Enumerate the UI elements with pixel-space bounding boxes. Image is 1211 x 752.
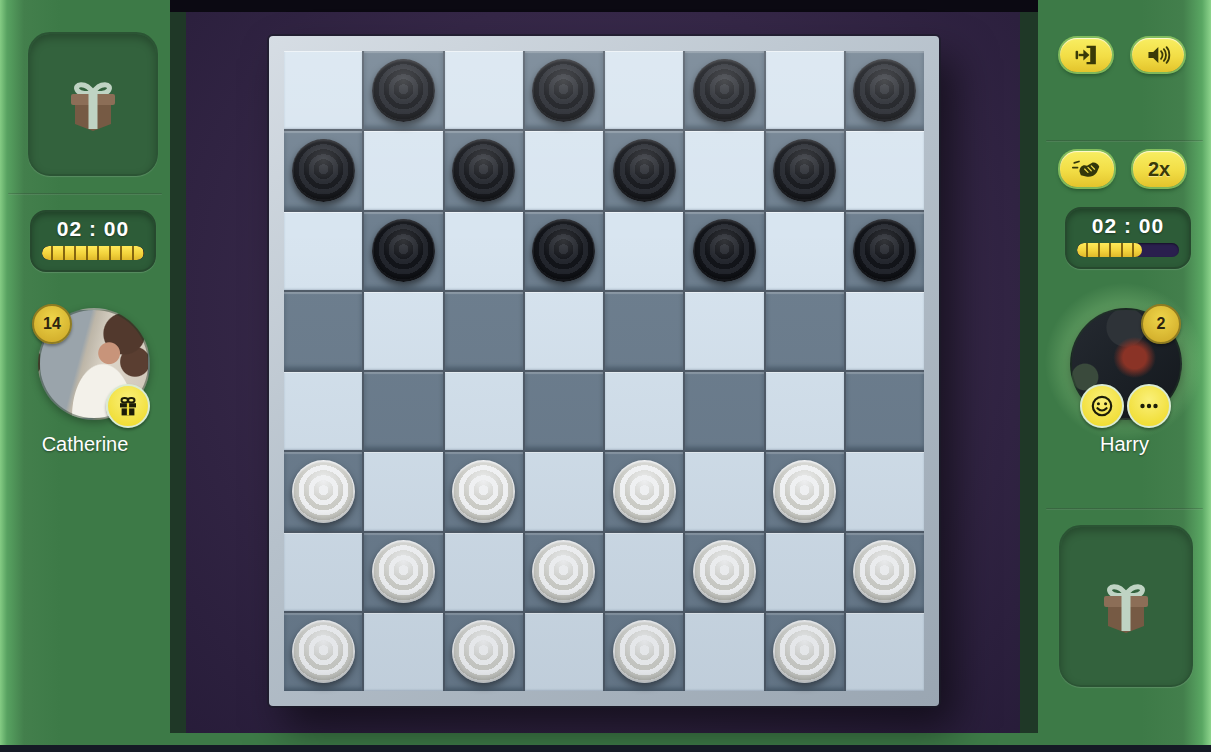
sound-button[interactable] <box>1132 38 1184 72</box>
square-r4c7[interactable] <box>766 292 844 370</box>
board-frame: ⛂⛂⛂⛂⛂⛂⛂⛂⛂⛂⛂⛂⛀⛀⛀⛀⛀⛀⛀⛀⛀⛀⛀⛀ <box>269 36 939 706</box>
exit-button[interactable] <box>1060 38 1112 72</box>
square-r3c7 <box>766 212 844 290</box>
checker-glyph: ⛂ <box>532 219 595 282</box>
square-r3c5 <box>605 212 683 290</box>
square-r2c7[interactable]: ⛂ <box>766 131 844 209</box>
square-r6c5[interactable]: ⛀ <box>605 452 683 530</box>
black-checker-piece[interactable]: ⛂ <box>372 219 435 282</box>
black-checker-piece[interactable]: ⛂ <box>613 139 676 202</box>
square-r4c6 <box>685 292 763 370</box>
white-checker-piece[interactable]: ⛀ <box>773 620 836 683</box>
square-r3c6[interactable]: ⛂ <box>685 212 763 290</box>
white-checker-piece[interactable]: ⛀ <box>372 540 435 603</box>
emote-button[interactable] <box>1080 384 1124 428</box>
white-checker-piece[interactable]: ⛀ <box>292 460 355 523</box>
gift-icon <box>1094 574 1158 638</box>
square-r1c5 <box>605 51 683 129</box>
checker-glyph: ⛂ <box>613 139 676 202</box>
more-options-button[interactable] <box>1127 384 1171 428</box>
white-checker-piece[interactable]: ⛀ <box>613 620 676 683</box>
gift-button-left[interactable] <box>28 32 158 176</box>
square-r7c4[interactable]: ⛀ <box>525 533 603 611</box>
square-r5c4[interactable] <box>525 372 603 450</box>
stage-top-shadow <box>170 0 1038 12</box>
square-r1c8[interactable]: ⛂ <box>846 51 924 129</box>
square-r6c4 <box>525 452 603 530</box>
square-r6c3[interactable]: ⛀ <box>445 452 523 530</box>
checker-glyph: ⛀ <box>452 620 515 683</box>
square-r2c5[interactable]: ⛂ <box>605 131 683 209</box>
square-r4c2 <box>364 292 442 370</box>
square-r5c5 <box>605 372 683 450</box>
square-r1c1 <box>284 51 362 129</box>
square-r7c3 <box>445 533 523 611</box>
square-r8c5[interactable]: ⛀ <box>605 613 683 691</box>
gift-button-right[interactable] <box>1059 525 1193 687</box>
gift-icon <box>116 394 140 418</box>
square-r7c7 <box>766 533 844 611</box>
checker-glyph: ⛀ <box>853 540 916 603</box>
square-r7c5 <box>605 533 683 611</box>
square-r2c1[interactable]: ⛂ <box>284 131 362 209</box>
timer-left-bar <box>42 246 144 260</box>
checker-glyph: ⛂ <box>693 59 756 122</box>
level-badge-left: 14 <box>32 304 72 344</box>
square-r3c1 <box>284 212 362 290</box>
board-grid: ⛂⛂⛂⛂⛂⛂⛂⛂⛂⛂⛂⛂⛀⛀⛀⛀⛀⛀⛀⛀⛀⛀⛀⛀ <box>284 51 924 691</box>
square-r3c3 <box>445 212 523 290</box>
right-divider-top <box>1046 140 1203 142</box>
timer-right-time: 02 : 00 <box>1067 214 1189 238</box>
speaker-icon <box>1145 42 1171 68</box>
stage-left-shadow <box>170 0 186 733</box>
black-checker-piece[interactable]: ⛂ <box>532 59 595 122</box>
square-r4c8 <box>846 292 924 370</box>
black-checker-piece[interactable]: ⛂ <box>693 219 756 282</box>
checker-glyph: ⛂ <box>853 59 916 122</box>
checker-glyph: ⛂ <box>853 219 916 282</box>
square-r4c4 <box>525 292 603 370</box>
checker-glyph: ⛀ <box>372 540 435 603</box>
square-r2c6 <box>685 131 763 209</box>
square-r8c8 <box>846 613 924 691</box>
timer-left-fill <box>42 246 144 260</box>
square-r7c1 <box>284 533 362 611</box>
timer-right-bar <box>1077 243 1179 257</box>
square-r2c3[interactable]: ⛂ <box>445 131 523 209</box>
checker-glyph: ⛀ <box>613 620 676 683</box>
stage-right-shadow <box>1020 0 1038 733</box>
square-r8c4 <box>525 613 603 691</box>
square-r4c3[interactable] <box>445 292 523 370</box>
bottom-bar <box>0 745 1211 752</box>
black-checker-piece[interactable]: ⛂ <box>532 219 595 282</box>
handshake-icon <box>1070 157 1104 182</box>
level-badge-right: 2 <box>1141 304 1181 344</box>
gift-icon <box>61 72 125 136</box>
checker-glyph: ⛀ <box>292 460 355 523</box>
double-stake-label: 2x <box>1148 158 1170 181</box>
timer-panel-left: 02 : 00 <box>30 210 156 272</box>
smiley-icon <box>1089 393 1115 419</box>
checker-glyph: ⛀ <box>693 540 756 603</box>
square-r4c5[interactable] <box>605 292 683 370</box>
player-name-left: Catherine <box>0 433 170 456</box>
white-checker-piece[interactable]: ⛀ <box>452 460 515 523</box>
square-r1c6[interactable]: ⛂ <box>685 51 763 129</box>
white-checker-piece[interactable]: ⛀ <box>853 540 916 603</box>
square-r4c1[interactable] <box>284 292 362 370</box>
square-r5c2[interactable] <box>364 372 442 450</box>
square-r5c1 <box>284 372 362 450</box>
white-checker-piece[interactable]: ⛀ <box>693 540 756 603</box>
square-r2c8 <box>846 131 924 209</box>
checker-glyph: ⛀ <box>452 460 515 523</box>
black-checker-piece[interactable]: ⛂ <box>773 139 836 202</box>
square-r5c6[interactable] <box>685 372 763 450</box>
square-r5c7 <box>766 372 844 450</box>
square-r1c2[interactable]: ⛂ <box>364 51 442 129</box>
square-r7c2[interactable]: ⛀ <box>364 533 442 611</box>
white-checker-piece[interactable]: ⛀ <box>773 460 836 523</box>
square-r8c3[interactable]: ⛀ <box>445 613 523 691</box>
double-stake-button[interactable]: 2x <box>1133 151 1185 187</box>
checker-glyph: ⛀ <box>292 620 355 683</box>
square-r1c7 <box>766 51 844 129</box>
black-checker-piece[interactable]: ⛂ <box>853 59 916 122</box>
checker-glyph: ⛀ <box>532 540 595 603</box>
black-checker-piece[interactable]: ⛂ <box>292 139 355 202</box>
checker-glyph: ⛀ <box>613 460 676 523</box>
white-checker-piece[interactable]: ⛀ <box>613 460 676 523</box>
timer-left-time: 02 : 00 <box>32 217 154 241</box>
exit-icon <box>1073 42 1099 68</box>
checker-glyph: ⛂ <box>452 139 515 202</box>
square-r6c2 <box>364 452 442 530</box>
square-r3c8[interactable]: ⛂ <box>846 212 924 290</box>
square-r5c8[interactable] <box>846 372 924 450</box>
checker-glyph: ⛂ <box>773 139 836 202</box>
right-sidebar: 2x 02 : 00 2 Harry <box>1038 0 1211 745</box>
square-r6c8 <box>846 452 924 530</box>
player-name-right: Harry <box>1038 433 1211 456</box>
checker-glyph: ⛂ <box>693 219 756 282</box>
white-checker-piece[interactable]: ⛀ <box>452 620 515 683</box>
left-sidebar: 02 : 00 14 Catherine <box>0 0 170 745</box>
square-r2c4 <box>525 131 603 209</box>
square-r8c6 <box>685 613 763 691</box>
square-r7c6[interactable]: ⛀ <box>685 533 763 611</box>
timer-right-fill <box>1077 243 1142 257</box>
checker-glyph: ⛂ <box>372 59 435 122</box>
square-r5c3 <box>445 372 523 450</box>
square-r8c1[interactable]: ⛀ <box>284 613 362 691</box>
black-checker-piece[interactable]: ⛂ <box>372 59 435 122</box>
black-checker-piece[interactable]: ⛂ <box>853 219 916 282</box>
square-r1c3 <box>445 51 523 129</box>
square-r2c2 <box>364 131 442 209</box>
gift-badge-button[interactable] <box>106 384 150 428</box>
white-checker-piece[interactable]: ⛀ <box>532 540 595 603</box>
white-checker-piece[interactable]: ⛀ <box>292 620 355 683</box>
checker-glyph: ⛂ <box>372 219 435 282</box>
square-r7c8[interactable]: ⛀ <box>846 533 924 611</box>
square-r8c2 <box>364 613 442 691</box>
checker-glyph: ⛂ <box>532 59 595 122</box>
square-r6c7[interactable]: ⛀ <box>766 452 844 530</box>
checker-glyph: ⛂ <box>292 139 355 202</box>
square-r1c4[interactable]: ⛂ <box>525 51 603 129</box>
square-r6c6 <box>685 452 763 530</box>
checker-glyph: ⛀ <box>773 620 836 683</box>
timer-panel-right: 02 : 00 <box>1065 207 1191 269</box>
square-r6c1[interactable]: ⛀ <box>284 452 362 530</box>
checkers-game-window: ⛂⛂⛂⛂⛂⛂⛂⛂⛂⛂⛂⛂⛀⛀⛀⛀⛀⛀⛀⛀⛀⛀⛀⛀ 02 : 00 14 <box>0 0 1211 752</box>
square-r3c4[interactable]: ⛂ <box>525 212 603 290</box>
square-r8c7[interactable]: ⛀ <box>766 613 844 691</box>
black-checker-piece[interactable]: ⛂ <box>452 139 515 202</box>
square-r3c2[interactable]: ⛂ <box>364 212 442 290</box>
more-dots-icon <box>1137 394 1161 418</box>
black-checker-piece[interactable]: ⛂ <box>693 59 756 122</box>
left-divider <box>8 193 162 195</box>
checker-glyph: ⛀ <box>773 460 836 523</box>
draw-offer-button[interactable] <box>1060 151 1114 187</box>
right-divider-bottom <box>1046 508 1203 510</box>
